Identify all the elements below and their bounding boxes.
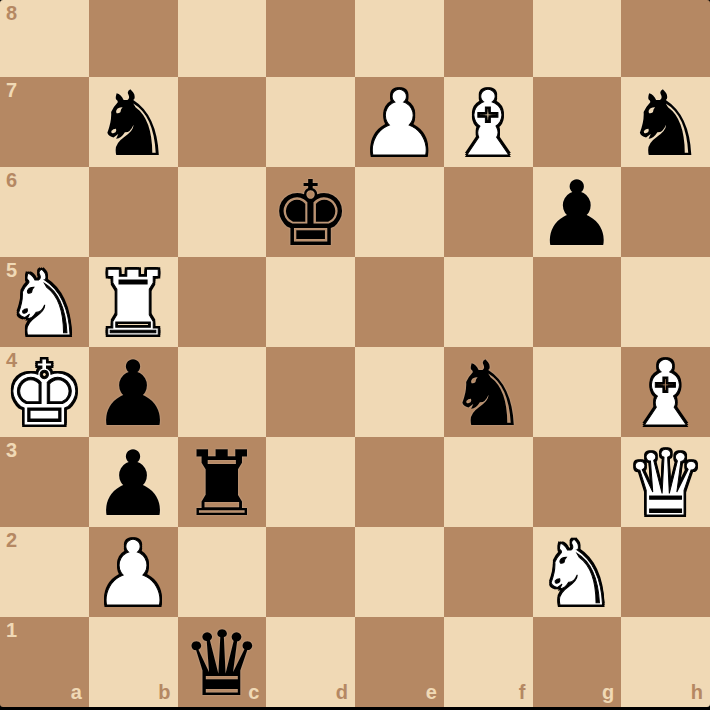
square-h4[interactable]: ♝ [621, 347, 710, 437]
square-e4[interactable] [355, 347, 444, 437]
square-c8[interactable] [178, 0, 267, 77]
square-d6[interactable]: ♚ [266, 167, 355, 257]
piece-black-pawn[interactable]: ♟ [93, 439, 174, 529]
square-a6[interactable]: 6 [0, 167, 89, 257]
square-b5[interactable]: ♜ [89, 257, 178, 347]
square-a5[interactable]: 5♞ [0, 257, 89, 347]
rank-label-1: 1 [6, 619, 17, 642]
piece-black-knight[interactable]: ♞ [625, 79, 706, 169]
piece-white-rook[interactable]: ♜ [93, 259, 174, 349]
square-e8[interactable] [355, 0, 444, 77]
square-f2[interactable] [444, 527, 533, 617]
square-c7[interactable] [178, 77, 267, 167]
square-g6[interactable]: ♟ [533, 167, 622, 257]
square-b6[interactable] [89, 167, 178, 257]
square-a7[interactable]: 7 [0, 77, 89, 167]
square-h2[interactable] [621, 527, 710, 617]
file-label-g: g [602, 681, 614, 704]
piece-black-knight[interactable]: ♞ [93, 79, 174, 169]
rank-label-8: 8 [6, 2, 17, 25]
square-d5[interactable] [266, 257, 355, 347]
piece-black-pawn[interactable]: ♟ [537, 169, 618, 259]
square-d2[interactable] [266, 527, 355, 617]
square-d3[interactable] [266, 437, 355, 527]
square-g1[interactable]: g [533, 617, 622, 707]
square-h7[interactable]: ♞ [621, 77, 710, 167]
square-f1[interactable]: f [444, 617, 533, 707]
square-g3[interactable] [533, 437, 622, 527]
square-f8[interactable] [444, 0, 533, 77]
file-label-b: b [158, 681, 170, 704]
rank-label-3: 3 [6, 439, 17, 462]
square-f4[interactable]: ♞ [444, 347, 533, 437]
square-a3[interactable]: 3 [0, 437, 89, 527]
square-c1[interactable]: c♛ [178, 617, 267, 707]
piece-white-pawn[interactable]: ♟ [359, 79, 440, 169]
square-c3[interactable]: ♜ [178, 437, 267, 527]
square-b7[interactable]: ♞ [89, 77, 178, 167]
square-c2[interactable] [178, 527, 267, 617]
square-a1[interactable]: 1a [0, 617, 89, 707]
square-g2[interactable]: ♞ [533, 527, 622, 617]
piece-white-queen[interactable]: ♛ [625, 439, 706, 529]
square-f3[interactable] [444, 437, 533, 527]
square-d8[interactable] [266, 0, 355, 77]
square-h3[interactable]: ♛ [621, 437, 710, 527]
square-g5[interactable] [533, 257, 622, 347]
chessboard-stage: 87♞♟♝♞6♚♟5♞♜4♚♟♞♝3♟♜♛2♟♞1abc♛defgh [0, 0, 710, 710]
square-c4[interactable] [178, 347, 267, 437]
square-e7[interactable]: ♟ [355, 77, 444, 167]
rank-label-2: 2 [6, 529, 17, 552]
file-label-d: d [336, 681, 348, 704]
piece-white-king[interactable]: ♚ [4, 349, 85, 439]
square-c6[interactable] [178, 167, 267, 257]
square-a4[interactable]: 4♚ [0, 347, 89, 437]
rank-label-6: 6 [6, 169, 17, 192]
square-h8[interactable] [621, 0, 710, 77]
square-b3[interactable]: ♟ [89, 437, 178, 527]
square-d7[interactable] [266, 77, 355, 167]
piece-white-knight[interactable]: ♞ [4, 259, 85, 349]
file-label-a: a [71, 681, 82, 704]
square-e1[interactable]: e [355, 617, 444, 707]
file-label-e: e [426, 681, 437, 704]
square-b2[interactable]: ♟ [89, 527, 178, 617]
piece-black-pawn[interactable]: ♟ [93, 349, 174, 439]
piece-white-bishop[interactable]: ♝ [625, 349, 706, 439]
piece-black-queen[interactable]: ♛ [182, 619, 263, 707]
piece-black-king[interactable]: ♚ [270, 169, 351, 259]
square-e3[interactable] [355, 437, 444, 527]
square-e2[interactable] [355, 527, 444, 617]
square-g7[interactable] [533, 77, 622, 167]
square-e5[interactable] [355, 257, 444, 347]
square-b4[interactable]: ♟ [89, 347, 178, 437]
square-b8[interactable] [89, 0, 178, 77]
square-c5[interactable] [178, 257, 267, 347]
square-f6[interactable] [444, 167, 533, 257]
square-b1[interactable]: b [89, 617, 178, 707]
square-f7[interactable]: ♝ [444, 77, 533, 167]
square-g4[interactable] [533, 347, 622, 437]
rank-label-7: 7 [6, 79, 17, 102]
square-a8[interactable]: 8 [0, 0, 89, 77]
square-h6[interactable] [621, 167, 710, 257]
piece-black-rook[interactable]: ♜ [182, 439, 263, 529]
square-h1[interactable]: h [621, 617, 710, 707]
square-d4[interactable] [266, 347, 355, 437]
square-d1[interactable]: d [266, 617, 355, 707]
chess-board: 87♞♟♝♞6♚♟5♞♜4♚♟♞♝3♟♜♛2♟♞1abc♛defgh [0, 0, 710, 707]
square-f5[interactable] [444, 257, 533, 347]
piece-white-knight[interactable]: ♞ [537, 529, 618, 619]
square-a2[interactable]: 2 [0, 527, 89, 617]
square-g8[interactable] [533, 0, 622, 77]
piece-black-knight[interactable]: ♞ [448, 349, 529, 439]
piece-white-bishop[interactable]: ♝ [448, 79, 529, 169]
file-label-f: f [519, 681, 526, 704]
file-label-h: h [691, 681, 703, 704]
piece-white-pawn[interactable]: ♟ [93, 529, 174, 619]
square-h5[interactable] [621, 257, 710, 347]
square-e6[interactable] [355, 167, 444, 257]
